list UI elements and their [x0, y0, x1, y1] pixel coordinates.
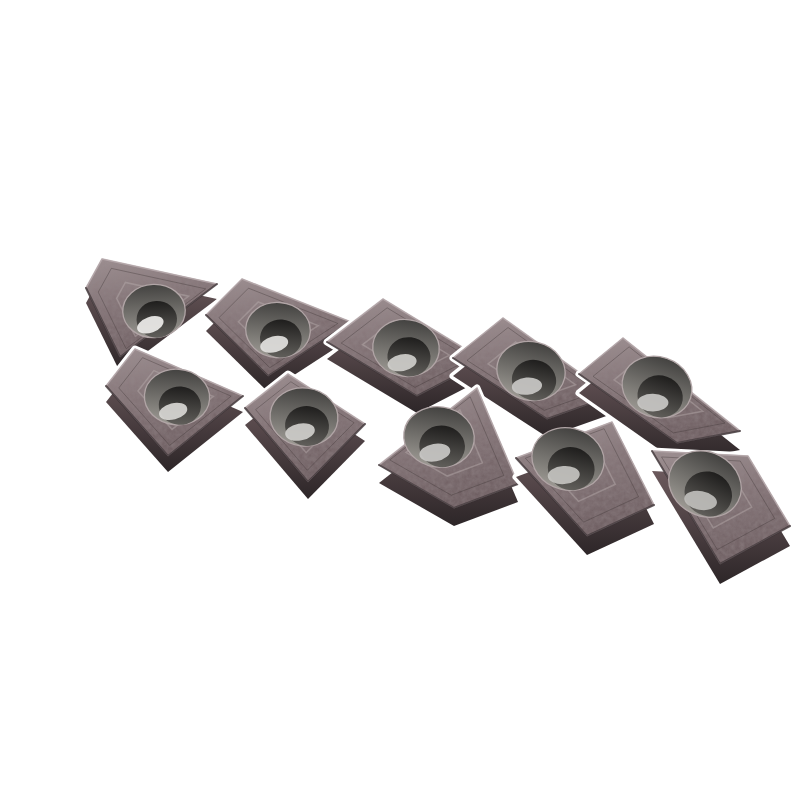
- carbide-inserts-photo: [40, 16, 800, 800]
- product-photo: [40, 16, 800, 800]
